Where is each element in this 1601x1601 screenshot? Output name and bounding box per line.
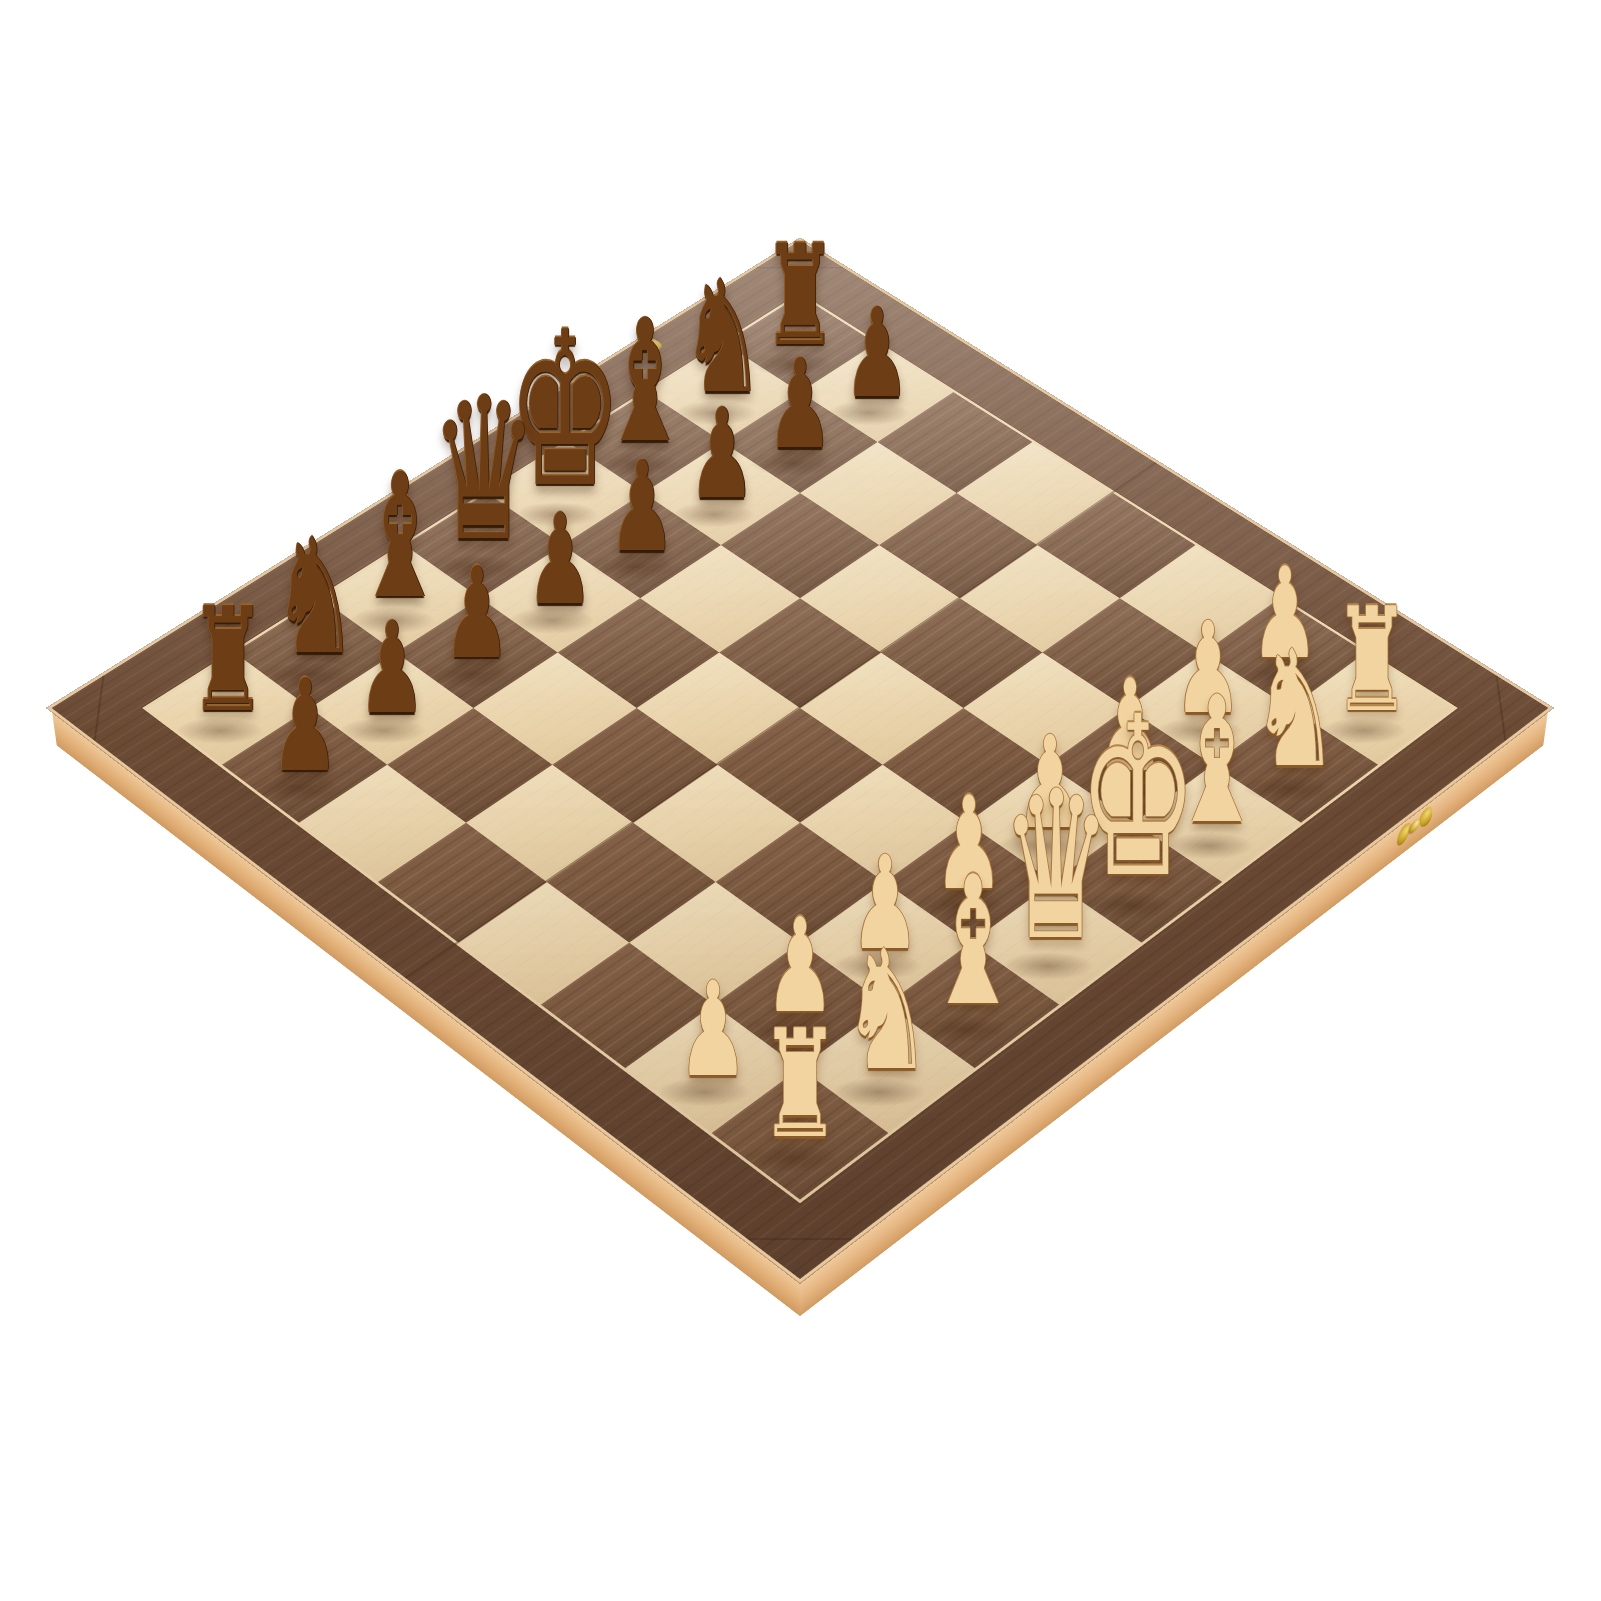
square-b1: [800, 1005, 975, 1133]
square-c2: [800, 882, 971, 1005]
square-b2: [714, 943, 887, 1069]
square-d1: [971, 882, 1142, 1005]
brass-clasp: [1396, 800, 1434, 854]
clasp-wing-icon: [1419, 804, 1434, 831]
product-photo-stage: ♜♞♟♝♟♚♟♛♟♝♟♞♟♟♜♟♟♜♟♟♞♟♝♟♚♟♛♟♝♟♞♜: [0, 0, 1601, 1601]
chess-board: [52, 241, 1549, 1279]
square-a1: [712, 1068, 889, 1199]
square-b5: [466, 765, 633, 882]
square-g1: [1213, 708, 1378, 823]
playing-area: [147, 295, 1454, 1199]
square-a4: [458, 882, 629, 1005]
square-c1: [886, 943, 1059, 1069]
square-b4: [547, 823, 716, 943]
square-c3: [716, 823, 885, 943]
clasp-knob-icon: [1409, 817, 1421, 836]
square-e2: [967, 765, 1134, 882]
frame-miter-joint: [757, 241, 844, 296]
square-b3: [629, 882, 800, 1005]
square-a3: [541, 943, 714, 1069]
square-f2: [1048, 708, 1213, 823]
square-d2: [884, 823, 1053, 943]
square-c4: [633, 765, 800, 882]
square-c5: [552, 708, 717, 823]
square-a5: [378, 823, 547, 943]
square-d3: [800, 765, 967, 882]
square-e3: [883, 708, 1048, 823]
square-f1: [1134, 765, 1301, 882]
square-d4: [717, 708, 882, 823]
brass-hinge-icon: [639, 336, 664, 352]
square-a2: [625, 1005, 800, 1133]
board-scene: [0, 0, 1601, 1601]
square-e1: [1053, 823, 1222, 943]
square-a7: [222, 708, 387, 823]
square-b6: [387, 708, 552, 823]
square-a6: [299, 765, 466, 882]
